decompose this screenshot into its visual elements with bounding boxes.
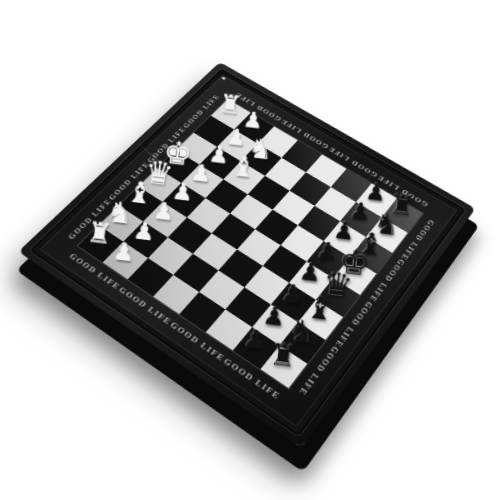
corner-mark [221,76,226,80]
pieces-layer: ♜♞♝♛♚♜♝♞♟♟♟♟♟♟♟♟♜♞♝♛♚♝♞♜♟♟♟♟♟♟♟♟ [78,99,423,388]
white-pawn[interactable]: ♟ [105,225,144,266]
black-rook[interactable]: ♜ [263,329,305,373]
chess-board: GOOD LIFEGOOD LIFEGOOD LIFEGOOD LIFE GOO… [18,62,475,448]
border-text: GOOD LIFE [399,218,436,262]
photo-background: GOOD LIFEGOOD LIFEGOOD LIFEGOOD LIFE GOO… [0,0,500,500]
board-frame: GOOD LIFEGOOD LIFEGOOD LIFEGOOD LIFE GOO… [18,62,475,448]
border-text: GOOD LIFE [333,300,375,350]
chess-set-photo: GOOD LIFEGOOD LIFEGOOD LIFEGOOD LIFE GOO… [0,0,500,500]
perspective-viewport: GOOD LIFEGOOD LIFEGOOD LIFEGOOD LIFE GOO… [0,0,500,500]
white-bishop[interactable]: ♝ [225,144,262,182]
playing-area: ♜♞♝♛♚♜♝♞♟♟♟♟♟♟♟♟♜♞♝♛♚♝♞♜♟♟♟♟♟♟♟♟ [78,99,423,388]
